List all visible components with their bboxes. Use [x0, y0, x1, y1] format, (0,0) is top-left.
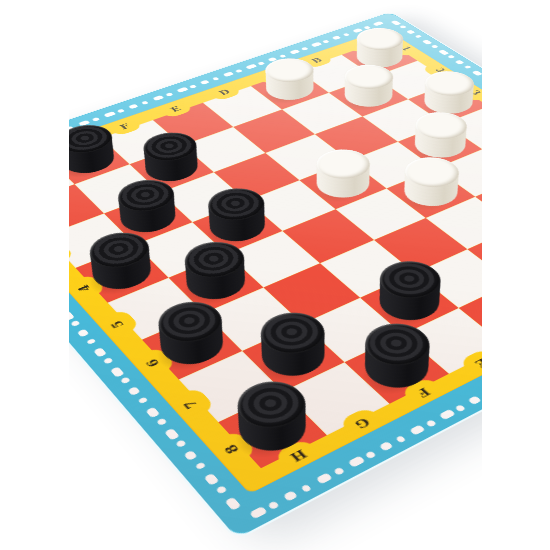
border-dash	[424, 419, 436, 427]
border-dash	[214, 485, 226, 494]
border-dash	[165, 92, 173, 96]
board-scene: HH11GG22FF33EE44DD55CC66BB77AA88	[0, 0, 550, 550]
photo-crop-left	[0, 0, 69, 550]
border-dash	[394, 435, 405, 443]
border-dash	[77, 329, 90, 338]
photo-canvas: HH11GG22FF33EE44DD55CC66BB77AA88	[0, 0, 550, 550]
border-dash	[316, 472, 333, 484]
border-dash	[164, 428, 180, 441]
border-dash	[91, 117, 100, 122]
border-dash	[93, 347, 107, 357]
border-dash	[447, 55, 455, 59]
border-dash	[332, 467, 344, 476]
border-dash	[373, 21, 385, 26]
border-dash	[279, 54, 286, 58]
border-dash	[398, 25, 406, 29]
border-dash	[266, 500, 279, 509]
border-dash	[332, 35, 342, 40]
border-dash	[406, 30, 416, 35]
border-dash	[103, 111, 116, 117]
border-dash	[289, 49, 300, 54]
border-dash	[223, 72, 235, 78]
border-dash	[200, 80, 210, 85]
border-dash	[390, 20, 401, 25]
border-dash	[311, 42, 323, 47]
border-dash	[379, 441, 394, 451]
border-dash	[321, 40, 329, 44]
border-dash	[145, 407, 160, 418]
border-dash	[414, 35, 422, 38]
border-dash	[188, 84, 196, 88]
border-dash	[422, 39, 433, 44]
border-dash	[119, 376, 130, 384]
border-dash	[454, 404, 466, 412]
border-dash	[128, 104, 139, 109]
border-dash	[141, 101, 149, 105]
border-dash	[364, 450, 376, 459]
border-dash	[85, 338, 95, 345]
border-dash	[110, 366, 125, 377]
border-dash	[300, 484, 311, 493]
border-dash	[137, 397, 148, 404]
border-dash	[174, 439, 186, 448]
border-dash	[127, 386, 141, 396]
border-dash	[155, 418, 167, 426]
border-dash	[348, 456, 366, 468]
border-dash	[283, 490, 298, 501]
border-dash	[69, 320, 80, 327]
border-dash	[467, 395, 481, 405]
border-dash	[430, 45, 438, 49]
border-dash	[152, 95, 164, 101]
border-dash	[211, 77, 219, 81]
checkers-board: HH11GG22FF33EE44DD55CC66BB77AA88	[0, 11, 550, 541]
border-dash	[204, 473, 220, 486]
photo-crop-right	[482, 0, 550, 550]
border-dash	[249, 506, 268, 519]
border-dash	[438, 49, 450, 55]
border-dash	[245, 64, 257, 70]
border-dash	[409, 424, 426, 435]
border-dash	[234, 69, 242, 73]
border-dash	[300, 47, 308, 51]
border-dash	[102, 357, 113, 364]
border-dash	[116, 109, 125, 114]
border-dash	[183, 450, 197, 461]
border-dash	[224, 497, 241, 511]
border-dash	[463, 65, 471, 69]
border-dash	[455, 60, 465, 65]
border-dash	[439, 409, 456, 420]
border-dash	[176, 87, 189, 93]
border-dash	[342, 33, 349, 37]
border-dash	[257, 61, 265, 65]
border-dash	[194, 462, 206, 470]
